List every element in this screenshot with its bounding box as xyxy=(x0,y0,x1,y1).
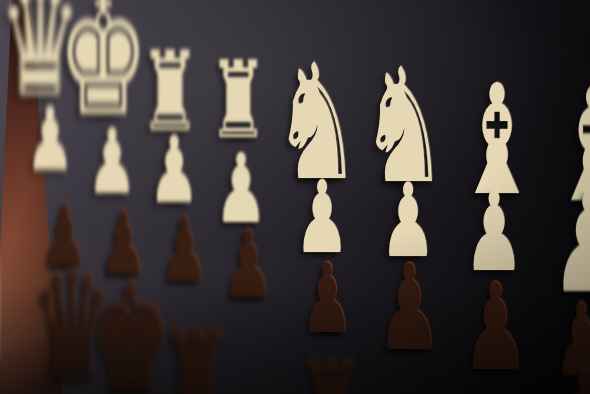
chess-display-photo: ♛♚♜♜♞♞♝♝♟♟♟♟♟♟♟♟♟♟♟♟♟♟♟♟♛♚♜♜♝ xyxy=(0,0,590,394)
black-rook: ♜ xyxy=(294,345,366,394)
black-pawn: ♟ xyxy=(462,268,529,388)
black-pawn: ♟ xyxy=(300,251,353,347)
black-rook: ♜ xyxy=(157,314,235,394)
black-pawn: ♟ xyxy=(222,220,273,312)
pieces-layer: ♛♚♜♜♞♞♝♝♟♟♟♟♟♟♟♟♟♟♟♟♟♟♟♟♛♚♜♜♝ xyxy=(0,0,590,394)
black-bishop: ♝ xyxy=(546,354,590,394)
black-pawn: ♟ xyxy=(376,249,442,367)
white-pawn: ♟ xyxy=(26,96,75,184)
